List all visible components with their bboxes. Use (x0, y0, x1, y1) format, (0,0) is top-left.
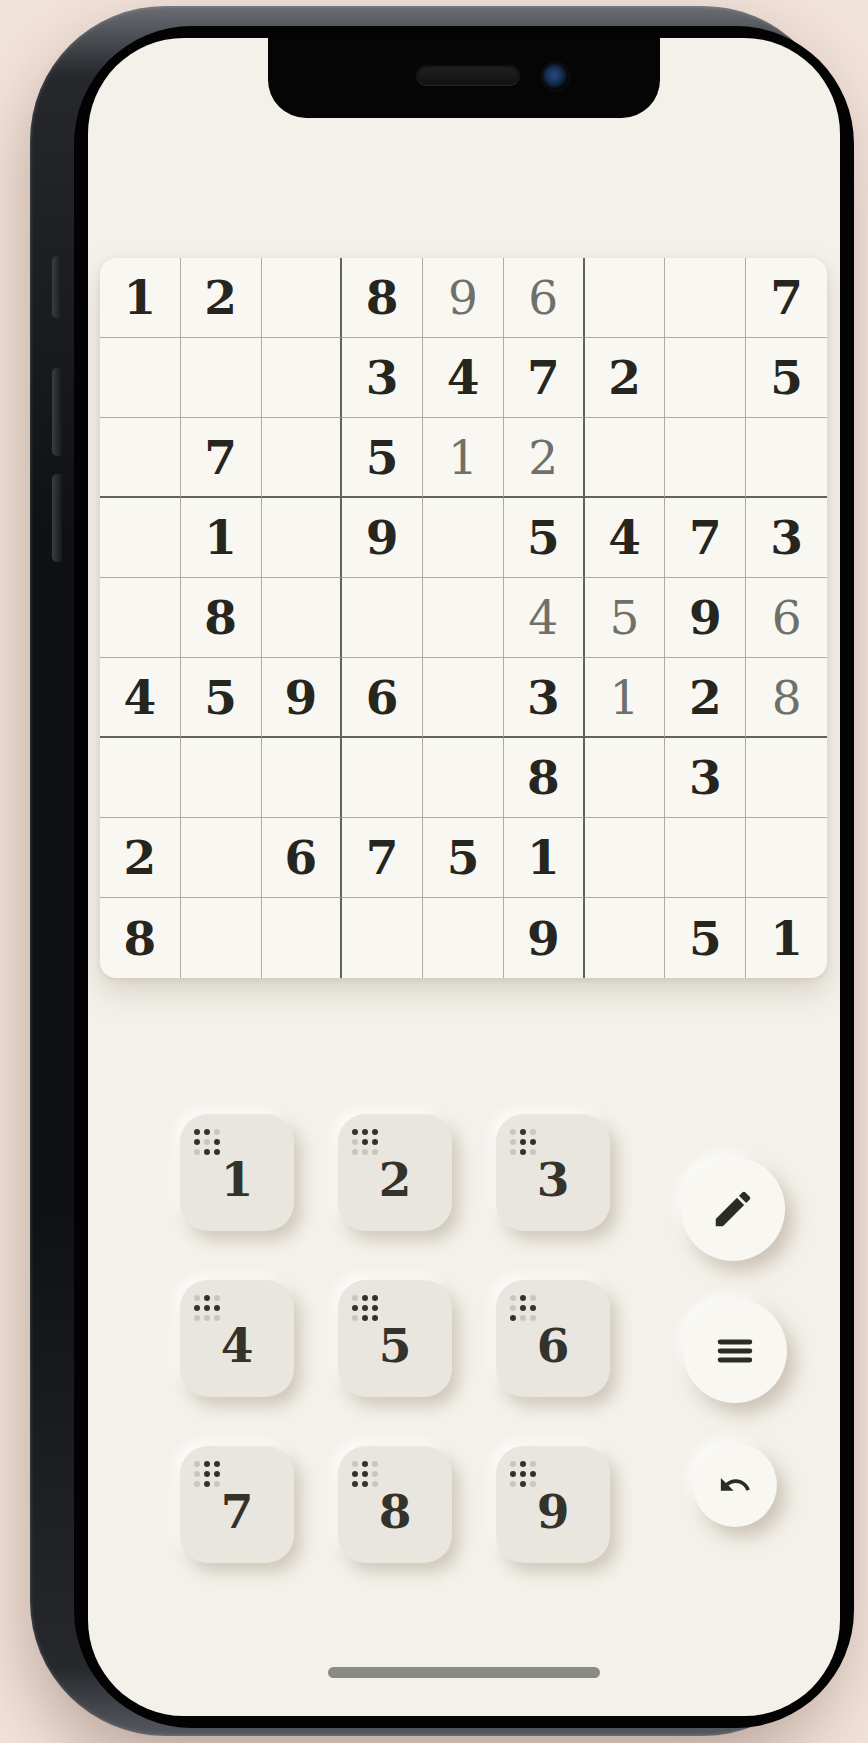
cell-r2c3[interactable] (262, 338, 343, 418)
cell-r2c6[interactable]: 7 (504, 338, 585, 418)
progress-dot (352, 1129, 358, 1135)
cell-r2c7[interactable]: 2 (585, 338, 666, 418)
cell-r4c7[interactable]: 4 (585, 498, 666, 578)
cell-r5c8[interactable]: 9 (665, 578, 746, 658)
cell-r4c9[interactable]: 3 (746, 498, 827, 578)
cell-r7c4[interactable] (342, 738, 423, 818)
progress-dot (510, 1315, 516, 1321)
progress-dot (530, 1129, 536, 1135)
cell-r8c2[interactable] (181, 818, 262, 898)
progress-dot (204, 1471, 210, 1477)
digit-progress-dots-icon (352, 1129, 378, 1155)
speaker-grille-icon (416, 64, 520, 86)
cell-r5c9[interactable]: 6 (746, 578, 827, 658)
cell-r3c6[interactable]: 2 (504, 418, 585, 498)
cell-r8c3[interactable]: 6 (262, 818, 343, 898)
digit-progress-dots-icon (352, 1461, 378, 1487)
cell-r6c2[interactable]: 5 (181, 658, 262, 738)
cell-r4c4[interactable]: 9 (342, 498, 423, 578)
progress-dot (372, 1149, 378, 1155)
progress-dot (530, 1471, 536, 1477)
cell-r2c1[interactable] (100, 338, 181, 418)
cell-r1c3[interactable] (262, 258, 343, 338)
progress-dot (362, 1305, 368, 1311)
numpad-button-label: 5 (379, 1318, 412, 1373)
numpad-button-9[interactable]: 9 (496, 1446, 610, 1563)
cell-r9c3[interactable] (262, 898, 343, 978)
cell-r1c4[interactable]: 8 (342, 258, 423, 338)
progress-dot (530, 1461, 536, 1467)
cell-r1c9[interactable]: 7 (746, 258, 827, 338)
progress-dot (362, 1129, 368, 1135)
cell-r3c2[interactable]: 7 (181, 418, 262, 498)
undo-button[interactable] (693, 1443, 777, 1527)
progress-dot (372, 1315, 378, 1321)
progress-dot (214, 1305, 220, 1311)
numpad-button-label: 9 (537, 1484, 570, 1539)
cell-r8c9[interactable] (746, 818, 827, 898)
cell-r5c2[interactable]: 8 (181, 578, 262, 658)
cell-r1c8[interactable] (665, 258, 746, 338)
progress-dot (214, 1295, 220, 1301)
progress-dot (520, 1149, 526, 1155)
cell-r9c8[interactable]: 5 (665, 898, 746, 978)
progress-dot (520, 1315, 526, 1321)
pencil-notes-button[interactable] (681, 1157, 785, 1261)
cell-r4c2[interactable]: 1 (181, 498, 262, 578)
cell-r5c7[interactable]: 5 (585, 578, 666, 658)
menu-lines-button[interactable] (683, 1299, 787, 1403)
progress-dot (510, 1481, 516, 1487)
front-camera-icon (542, 63, 569, 90)
progress-dot (194, 1481, 200, 1487)
progress-dot (530, 1481, 536, 1487)
cell-r6c3[interactable]: 9 (262, 658, 343, 738)
progress-dot (510, 1295, 516, 1301)
cell-r4c6[interactable]: 5 (504, 498, 585, 578)
digit-progress-dots-icon (352, 1295, 378, 1321)
progress-dot (204, 1305, 210, 1311)
numpad-button-5[interactable]: 5 (338, 1280, 452, 1397)
progress-dot (510, 1149, 516, 1155)
cell-r7c6[interactable]: 8 (504, 738, 585, 818)
cell-r8c8[interactable] (665, 818, 746, 898)
number-pad: 123456789 (180, 1114, 610, 1563)
progress-dot (362, 1139, 368, 1145)
numpad-button-6[interactable]: 6 (496, 1280, 610, 1397)
numpad-button-label: 1 (221, 1152, 254, 1207)
cell-r9c1[interactable]: 8 (100, 898, 181, 978)
progress-dot (372, 1471, 378, 1477)
progress-dot (352, 1295, 358, 1301)
progress-dot (204, 1315, 210, 1321)
numpad-button-4[interactable]: 4 (180, 1280, 294, 1397)
phone-screen: 1289673472575121954738459645963128832675… (88, 38, 840, 1716)
progress-dot (352, 1481, 358, 1487)
cell-r2c8[interactable] (665, 338, 746, 418)
cell-r4c8[interactable]: 7 (665, 498, 746, 578)
numpad-button-2[interactable]: 2 (338, 1114, 452, 1231)
numpad-button-8[interactable]: 8 (338, 1446, 452, 1563)
cell-r4c5[interactable] (423, 498, 504, 578)
cell-r6c6[interactable]: 3 (504, 658, 585, 738)
cell-r1c5[interactable]: 9 (423, 258, 504, 338)
digit-progress-dots-icon (510, 1295, 536, 1321)
cell-r3c8[interactable] (665, 418, 746, 498)
volume-down-button (52, 474, 62, 562)
cell-r7c5[interactable] (423, 738, 504, 818)
numpad-button-3[interactable]: 3 (496, 1114, 610, 1231)
progress-dot (520, 1471, 526, 1477)
progress-dot (372, 1295, 378, 1301)
progress-dot (204, 1129, 210, 1135)
progress-dot (214, 1139, 220, 1145)
progress-dot (510, 1139, 516, 1145)
progress-dot (510, 1471, 516, 1477)
progress-dot (362, 1471, 368, 1477)
progress-dot (362, 1295, 368, 1301)
progress-dot (510, 1461, 516, 1467)
cell-r6c4[interactable]: 6 (342, 658, 423, 738)
numpad-button-7[interactable]: 7 (180, 1446, 294, 1563)
progress-dot (214, 1315, 220, 1321)
cell-r9c4[interactable] (342, 898, 423, 978)
progress-dot (520, 1481, 526, 1487)
numpad-button-label: 7 (221, 1484, 254, 1539)
progress-dot (372, 1129, 378, 1135)
mute-switch (52, 256, 62, 318)
undo-icon (718, 1468, 752, 1502)
cell-r1c7[interactable] (585, 258, 666, 338)
home-indicator[interactable] (328, 1667, 600, 1678)
progress-dot (352, 1305, 358, 1311)
cell-r2c2[interactable] (181, 338, 262, 418)
numpad-button-label: 3 (537, 1152, 570, 1207)
progress-dot (372, 1481, 378, 1487)
cell-r2c5[interactable]: 4 (423, 338, 504, 418)
cell-r7c1[interactable] (100, 738, 181, 818)
cell-r6c8[interactable]: 2 (665, 658, 746, 738)
progress-dot (530, 1305, 536, 1311)
progress-dot (194, 1129, 200, 1135)
progress-dot (194, 1461, 200, 1467)
numpad-button-1[interactable]: 1 (180, 1114, 294, 1231)
cell-r1c1[interactable]: 1 (100, 258, 181, 338)
cell-r2c4[interactable]: 3 (342, 338, 423, 418)
digit-progress-dots-icon (194, 1295, 220, 1321)
progress-dot (204, 1461, 210, 1467)
progress-dot (520, 1139, 526, 1145)
progress-dot (530, 1295, 536, 1301)
progress-dot (362, 1481, 368, 1487)
progress-dot (194, 1139, 200, 1145)
progress-dot (530, 1149, 536, 1155)
page-background: 1289673472575121954738459645963128832675… (0, 0, 868, 1743)
progress-dot (214, 1149, 220, 1155)
progress-dot (352, 1471, 358, 1477)
cell-r3c9[interactable] (746, 418, 827, 498)
progress-dot (204, 1295, 210, 1301)
numpad-button-label: 4 (221, 1318, 254, 1373)
progress-dot (530, 1139, 536, 1145)
cell-r5c1[interactable] (100, 578, 181, 658)
phone-frame: 1289673472575121954738459645963128832675… (30, 6, 838, 1736)
cell-r9c7[interactable] (585, 898, 666, 978)
cell-r7c8[interactable]: 3 (665, 738, 746, 818)
progress-dot (352, 1315, 358, 1321)
progress-dot (214, 1461, 220, 1467)
progress-dot (194, 1295, 200, 1301)
cell-r8c6[interactable]: 1 (504, 818, 585, 898)
progress-dot (352, 1139, 358, 1145)
progress-dot (204, 1481, 210, 1487)
cell-r3c5[interactable]: 1 (423, 418, 504, 498)
progress-dot (194, 1315, 200, 1321)
cell-r6c9[interactable]: 8 (746, 658, 827, 738)
cell-r8c1[interactable]: 2 (100, 818, 181, 898)
cell-r8c4[interactable]: 7 (342, 818, 423, 898)
cell-r5c6[interactable]: 4 (504, 578, 585, 658)
numpad-button-label: 8 (379, 1484, 412, 1539)
cell-r7c9[interactable] (746, 738, 827, 818)
volume-up-button (52, 368, 62, 456)
cell-r5c4[interactable] (342, 578, 423, 658)
cell-r9c6[interactable]: 9 (504, 898, 585, 978)
progress-dot (530, 1315, 536, 1321)
progress-dot (510, 1305, 516, 1311)
cell-r6c5[interactable] (423, 658, 504, 738)
progress-dot (372, 1139, 378, 1145)
cell-r9c5[interactable] (423, 898, 504, 978)
digit-progress-dots-icon (510, 1129, 536, 1155)
progress-dot (510, 1129, 516, 1135)
progress-dot (362, 1461, 368, 1467)
cell-r3c4[interactable]: 5 (342, 418, 423, 498)
progress-dot (204, 1139, 210, 1145)
cell-r8c5[interactable]: 5 (423, 818, 504, 898)
cell-r1c6[interactable]: 6 (504, 258, 585, 338)
cell-r5c5[interactable] (423, 578, 504, 658)
cell-r3c7[interactable] (585, 418, 666, 498)
progress-dot (352, 1149, 358, 1155)
cell-r6c7[interactable]: 1 (585, 658, 666, 738)
cell-r1c2[interactable]: 2 (181, 258, 262, 338)
progress-dot (194, 1305, 200, 1311)
pencil-icon (710, 1186, 756, 1232)
progress-dot (520, 1295, 526, 1301)
cell-r3c3[interactable] (262, 418, 343, 498)
cell-r5c3[interactable] (262, 578, 343, 658)
lines-icon (712, 1328, 758, 1374)
cell-r4c1[interactable] (100, 498, 181, 578)
numpad-button-label: 6 (537, 1318, 570, 1373)
digit-progress-dots-icon (194, 1461, 220, 1487)
progress-dot (362, 1149, 368, 1155)
progress-dot (362, 1315, 368, 1321)
progress-dot (520, 1305, 526, 1311)
progress-dot (520, 1129, 526, 1135)
cell-r4c3[interactable] (262, 498, 343, 578)
progress-dot (372, 1305, 378, 1311)
progress-dot (214, 1129, 220, 1135)
cell-r7c7[interactable] (585, 738, 666, 818)
cell-r7c2[interactable] (181, 738, 262, 818)
digit-progress-dots-icon (510, 1461, 536, 1487)
progress-dot (214, 1481, 220, 1487)
cell-r7c3[interactable] (262, 738, 343, 818)
cell-r9c9[interactable]: 1 (746, 898, 827, 978)
progress-dot (204, 1149, 210, 1155)
digit-progress-dots-icon (194, 1129, 220, 1155)
sudoku-board: 1289673472575121954738459645963128832675… (100, 258, 827, 978)
cell-r3c1[interactable] (100, 418, 181, 498)
cell-r6c1[interactable]: 4 (100, 658, 181, 738)
cell-r2c9[interactable]: 5 (746, 338, 827, 418)
progress-dot (352, 1461, 358, 1467)
progress-dot (372, 1461, 378, 1467)
notch (268, 38, 660, 118)
progress-dot (214, 1471, 220, 1477)
progress-dot (194, 1471, 200, 1477)
numpad-button-label: 2 (379, 1152, 412, 1207)
progress-dot (520, 1461, 526, 1467)
cell-r8c7[interactable] (585, 818, 666, 898)
progress-dot (194, 1149, 200, 1155)
cell-r9c2[interactable] (181, 898, 262, 978)
